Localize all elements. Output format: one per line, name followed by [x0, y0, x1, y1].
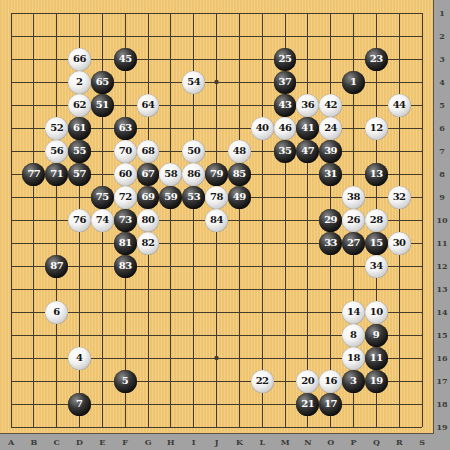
stone-black-87[interactable]: 87 [45, 255, 68, 278]
stone-white-56[interactable]: 56 [45, 140, 68, 163]
intersection-K7[interactable]: 48 [228, 140, 251, 163]
intersection-I12[interactable] [182, 255, 205, 278]
intersection-P4[interactable]: 1 [342, 71, 365, 94]
intersection-P3[interactable] [342, 48, 365, 71]
intersection-R9[interactable]: 32 [388, 186, 411, 209]
stone-black-41[interactable]: 41 [296, 117, 319, 140]
intersection-J6[interactable] [205, 117, 228, 140]
intersection-E18[interactable] [91, 393, 114, 416]
intersection-C18[interactable] [45, 393, 68, 416]
intersection-C9[interactable] [45, 186, 68, 209]
intersection-L2[interactable] [251, 25, 274, 48]
intersection-R11[interactable]: 30 [388, 232, 411, 255]
intersection-F18[interactable] [114, 393, 137, 416]
intersection-M3[interactable]: 25 [274, 48, 297, 71]
intersection-G6[interactable] [137, 117, 160, 140]
intersection-N2[interactable] [296, 25, 319, 48]
intersection-N9[interactable] [296, 186, 319, 209]
stone-black-27[interactable]: 27 [342, 232, 365, 255]
intersection-H4[interactable] [159, 71, 182, 94]
intersection-I7[interactable]: 50 [182, 140, 205, 163]
stone-white-14[interactable]: 14 [342, 301, 365, 324]
intersection-R12[interactable] [388, 255, 411, 278]
intersection-E11[interactable] [91, 232, 114, 255]
intersection-L18[interactable] [251, 393, 274, 416]
intersection-J15[interactable] [205, 324, 228, 347]
intersection-Q10[interactable]: 28 [365, 209, 388, 232]
stone-white-6[interactable]: 6 [45, 301, 68, 324]
intersection-O18[interactable]: 17 [319, 393, 342, 416]
intersection-C14[interactable]: 6 [45, 301, 68, 324]
intersection-H11[interactable] [159, 232, 182, 255]
intersection-A11[interactable] [0, 232, 22, 255]
intersection-R7[interactable] [388, 140, 411, 163]
intersection-L11[interactable] [251, 232, 274, 255]
intersection-D18[interactable]: 7 [68, 393, 91, 416]
intersection-H9[interactable]: 59 [159, 186, 182, 209]
intersection-J1[interactable] [205, 2, 228, 25]
stone-white-26[interactable]: 26 [342, 209, 365, 232]
intersection-A5[interactable] [0, 94, 22, 117]
intersection-P16[interactable]: 18 [342, 347, 365, 370]
stone-black-55[interactable]: 55 [68, 140, 91, 163]
intersection-P12[interactable] [342, 255, 365, 278]
intersection-J18[interactable] [205, 393, 228, 416]
stone-black-69[interactable]: 69 [137, 186, 160, 209]
intersection-I3[interactable] [182, 48, 205, 71]
stone-white-70[interactable]: 70 [114, 140, 137, 163]
stone-black-1[interactable]: 1 [342, 71, 365, 94]
stone-white-68[interactable]: 68 [137, 140, 160, 163]
intersection-I9[interactable]: 53 [182, 186, 205, 209]
intersection-S16[interactable] [411, 347, 434, 370]
intersection-O15[interactable] [319, 324, 342, 347]
intersection-I17[interactable] [182, 370, 205, 393]
intersection-A12[interactable] [0, 255, 22, 278]
intersection-K5[interactable] [228, 94, 251, 117]
intersection-N7[interactable]: 47 [296, 140, 319, 163]
stone-white-52[interactable]: 52 [45, 117, 68, 140]
intersection-I8[interactable]: 86 [182, 163, 205, 186]
intersection-K1[interactable] [228, 2, 251, 25]
intersection-M2[interactable] [274, 25, 297, 48]
intersection-F5[interactable] [114, 94, 137, 117]
intersection-S14[interactable] [411, 301, 434, 324]
intersection-F15[interactable] [114, 324, 137, 347]
intersection-S4[interactable] [411, 71, 434, 94]
intersection-R8[interactable] [388, 163, 411, 186]
intersection-P14[interactable]: 14 [342, 301, 365, 324]
stone-white-48[interactable]: 48 [228, 140, 251, 163]
stone-black-79[interactable]: 79 [205, 163, 228, 186]
intersection-D16[interactable]: 4 [68, 347, 91, 370]
intersection-O2[interactable] [319, 25, 342, 48]
intersection-L16[interactable] [251, 347, 274, 370]
intersection-G15[interactable] [137, 324, 160, 347]
intersection-F13[interactable] [114, 278, 137, 301]
intersection-L8[interactable] [251, 163, 274, 186]
intersection-J16[interactable] [205, 347, 228, 370]
stone-black-15[interactable]: 15 [365, 232, 388, 255]
stone-black-11[interactable]: 11 [365, 347, 388, 370]
intersection-O12[interactable] [319, 255, 342, 278]
intersection-H18[interactable] [159, 393, 182, 416]
intersection-F6[interactable]: 63 [114, 117, 137, 140]
stone-white-58[interactable]: 58 [159, 163, 182, 186]
intersection-O14[interactable] [319, 301, 342, 324]
intersection-A6[interactable] [0, 117, 22, 140]
intersection-L12[interactable] [251, 255, 274, 278]
intersection-L5[interactable] [251, 94, 274, 117]
intersection-P1[interactable] [342, 2, 365, 25]
intersection-C4[interactable] [45, 71, 68, 94]
intersection-Q17[interactable]: 19 [365, 370, 388, 393]
intersection-S10[interactable] [411, 209, 434, 232]
intersection-N3[interactable] [296, 48, 319, 71]
intersection-B10[interactable] [22, 209, 45, 232]
intersection-C15[interactable] [45, 324, 68, 347]
intersection-K11[interactable] [228, 232, 251, 255]
intersection-S2[interactable] [411, 25, 434, 48]
intersection-Q6[interactable]: 12 [365, 117, 388, 140]
stone-white-24[interactable]: 24 [319, 117, 342, 140]
stone-black-77[interactable]: 77 [22, 163, 45, 186]
intersection-D11[interactable] [68, 232, 91, 255]
intersection-Q18[interactable] [365, 393, 388, 416]
intersection-A8[interactable] [0, 163, 22, 186]
intersection-C5[interactable] [45, 94, 68, 117]
intersection-A13[interactable] [0, 278, 22, 301]
intersection-F7[interactable]: 70 [114, 140, 137, 163]
intersection-K9[interactable]: 49 [228, 186, 251, 209]
intersection-E9[interactable]: 75 [91, 186, 114, 209]
stone-black-57[interactable]: 57 [68, 163, 91, 186]
stone-black-85[interactable]: 85 [228, 163, 251, 186]
intersection-C10[interactable] [45, 209, 68, 232]
intersection-M7[interactable]: 35 [274, 140, 297, 163]
intersection-F2[interactable] [114, 25, 137, 48]
intersection-J2[interactable] [205, 25, 228, 48]
intersection-H10[interactable] [159, 209, 182, 232]
intersection-C16[interactable] [45, 347, 68, 370]
intersection-D12[interactable] [68, 255, 91, 278]
intersection-I5[interactable] [182, 94, 205, 117]
intersection-K2[interactable] [228, 25, 251, 48]
stone-white-36[interactable]: 36 [296, 94, 319, 117]
stone-black-39[interactable]: 39 [319, 140, 342, 163]
stone-black-45[interactable]: 45 [114, 48, 137, 71]
intersection-E16[interactable] [91, 347, 114, 370]
intersection-F11[interactable]: 81 [114, 232, 137, 255]
intersection-D15[interactable] [68, 324, 91, 347]
intersection-I6[interactable] [182, 117, 205, 140]
intersection-B11[interactable] [22, 232, 45, 255]
stone-black-51[interactable]: 51 [91, 94, 114, 117]
intersection-G7[interactable]: 68 [137, 140, 160, 163]
intersection-C1[interactable] [45, 2, 68, 25]
intersection-O13[interactable] [319, 278, 342, 301]
intersection-B4[interactable] [22, 71, 45, 94]
intersection-K15[interactable] [228, 324, 251, 347]
stone-white-12[interactable]: 12 [365, 117, 388, 140]
intersection-S5[interactable] [411, 94, 434, 117]
intersection-Q2[interactable] [365, 25, 388, 48]
intersection-Q1[interactable] [365, 2, 388, 25]
intersection-N12[interactable] [296, 255, 319, 278]
intersection-G13[interactable] [137, 278, 160, 301]
stone-white-66[interactable]: 66 [68, 48, 91, 71]
intersection-D8[interactable]: 57 [68, 163, 91, 186]
intersection-M16[interactable] [274, 347, 297, 370]
intersection-C13[interactable] [45, 278, 68, 301]
stone-black-49[interactable]: 49 [228, 186, 251, 209]
intersection-S3[interactable] [411, 48, 434, 71]
intersection-S15[interactable] [411, 324, 434, 347]
stone-white-44[interactable]: 44 [388, 94, 411, 117]
stone-white-42[interactable]: 42 [319, 94, 342, 117]
intersection-B3[interactable] [22, 48, 45, 71]
intersection-J17[interactable] [205, 370, 228, 393]
intersection-O4[interactable] [319, 71, 342, 94]
intersection-S7[interactable] [411, 140, 434, 163]
intersection-D13[interactable] [68, 278, 91, 301]
intersection-R18[interactable] [388, 393, 411, 416]
intersection-N16[interactable] [296, 347, 319, 370]
stone-white-2[interactable]: 2 [68, 71, 91, 94]
intersection-A2[interactable] [0, 25, 22, 48]
intersection-O9[interactable] [319, 186, 342, 209]
intersection-I10[interactable] [182, 209, 205, 232]
intersection-O3[interactable] [319, 48, 342, 71]
intersection-E3[interactable] [91, 48, 114, 71]
intersection-D6[interactable]: 61 [68, 117, 91, 140]
intersection-F9[interactable]: 72 [114, 186, 137, 209]
intersection-I13[interactable] [182, 278, 205, 301]
stone-black-47[interactable]: 47 [296, 140, 319, 163]
stone-white-4[interactable]: 4 [68, 347, 91, 370]
intersection-F12[interactable]: 83 [114, 255, 137, 278]
intersection-P17[interactable]: 3 [342, 370, 365, 393]
stone-black-61[interactable]: 61 [68, 117, 91, 140]
intersection-Q13[interactable] [365, 278, 388, 301]
intersection-L14[interactable] [251, 301, 274, 324]
intersection-K16[interactable] [228, 347, 251, 370]
intersection-N1[interactable] [296, 2, 319, 25]
intersection-J13[interactable] [205, 278, 228, 301]
stone-black-53[interactable]: 53 [182, 186, 205, 209]
intersection-Q14[interactable]: 10 [365, 301, 388, 324]
intersection-J14[interactable] [205, 301, 228, 324]
intersection-J9[interactable]: 78 [205, 186, 228, 209]
intersection-B17[interactable] [22, 370, 45, 393]
intersection-M12[interactable] [274, 255, 297, 278]
intersection-E17[interactable] [91, 370, 114, 393]
intersection-B14[interactable] [22, 301, 45, 324]
intersection-F8[interactable]: 60 [114, 163, 137, 186]
stone-black-33[interactable]: 33 [319, 232, 342, 255]
intersection-B18[interactable] [22, 393, 45, 416]
intersection-G10[interactable]: 80 [137, 209, 160, 232]
intersection-D9[interactable] [68, 186, 91, 209]
intersection-J3[interactable] [205, 48, 228, 71]
intersection-E12[interactable] [91, 255, 114, 278]
intersection-P2[interactable] [342, 25, 365, 48]
intersection-A3[interactable] [0, 48, 22, 71]
stone-black-19[interactable]: 19 [365, 370, 388, 393]
intersection-P7[interactable] [342, 140, 365, 163]
intersection-A10[interactable] [0, 209, 22, 232]
intersection-H2[interactable] [159, 25, 182, 48]
intersection-D2[interactable] [68, 25, 91, 48]
stone-white-46[interactable]: 46 [274, 117, 297, 140]
intersection-N13[interactable] [296, 278, 319, 301]
intersection-M5[interactable]: 43 [274, 94, 297, 117]
intersection-E10[interactable]: 74 [91, 209, 114, 232]
intersection-I2[interactable] [182, 25, 205, 48]
intersection-S11[interactable] [411, 232, 434, 255]
intersection-P8[interactable] [342, 163, 365, 186]
intersection-J10[interactable]: 84 [205, 209, 228, 232]
intersection-L15[interactable] [251, 324, 274, 347]
intersection-N5[interactable]: 36 [296, 94, 319, 117]
intersection-O10[interactable]: 29 [319, 209, 342, 232]
stone-white-82[interactable]: 82 [137, 232, 160, 255]
intersection-L4[interactable] [251, 71, 274, 94]
intersection-H1[interactable] [159, 2, 182, 25]
intersection-Q11[interactable]: 15 [365, 232, 388, 255]
intersection-D10[interactable]: 76 [68, 209, 91, 232]
intersection-B13[interactable] [22, 278, 45, 301]
stone-black-17[interactable]: 17 [319, 393, 342, 416]
stone-white-64[interactable]: 64 [137, 94, 160, 117]
intersection-K3[interactable] [228, 48, 251, 71]
intersection-F10[interactable]: 73 [114, 209, 137, 232]
intersection-M1[interactable] [274, 2, 297, 25]
stone-black-7[interactable]: 7 [68, 393, 91, 416]
stone-black-23[interactable]: 23 [365, 48, 388, 71]
intersection-K18[interactable] [228, 393, 251, 416]
intersection-M11[interactable] [274, 232, 297, 255]
stone-white-32[interactable]: 32 [388, 186, 411, 209]
intersection-E2[interactable] [91, 25, 114, 48]
intersection-F14[interactable] [114, 301, 137, 324]
intersection-P15[interactable]: 8 [342, 324, 365, 347]
intersection-Q8[interactable]: 13 [365, 163, 388, 186]
intersection-M6[interactable]: 46 [274, 117, 297, 140]
intersection-R3[interactable] [388, 48, 411, 71]
intersection-O5[interactable]: 42 [319, 94, 342, 117]
intersection-N14[interactable] [296, 301, 319, 324]
intersection-H3[interactable] [159, 48, 182, 71]
intersection-L10[interactable] [251, 209, 274, 232]
intersection-G12[interactable] [137, 255, 160, 278]
intersection-E13[interactable] [91, 278, 114, 301]
intersection-L1[interactable] [251, 2, 274, 25]
intersection-L3[interactable] [251, 48, 274, 71]
intersection-B5[interactable] [22, 94, 45, 117]
intersection-I14[interactable] [182, 301, 205, 324]
intersection-A9[interactable] [0, 186, 22, 209]
intersection-M4[interactable]: 37 [274, 71, 297, 94]
intersection-E7[interactable] [91, 140, 114, 163]
intersection-R15[interactable] [388, 324, 411, 347]
intersection-R16[interactable] [388, 347, 411, 370]
intersection-P5[interactable] [342, 94, 365, 117]
intersection-N17[interactable]: 20 [296, 370, 319, 393]
intersection-E1[interactable] [91, 2, 114, 25]
intersection-M13[interactable] [274, 278, 297, 301]
intersection-P9[interactable]: 38 [342, 186, 365, 209]
intersection-Q12[interactable]: 34 [365, 255, 388, 278]
intersection-A18[interactable] [0, 393, 22, 416]
intersection-J12[interactable] [205, 255, 228, 278]
intersection-C11[interactable] [45, 232, 68, 255]
stone-white-10[interactable]: 10 [365, 301, 388, 324]
intersection-K10[interactable] [228, 209, 251, 232]
stone-white-28[interactable]: 28 [365, 209, 388, 232]
intersection-F3[interactable]: 45 [114, 48, 137, 71]
intersection-R6[interactable] [388, 117, 411, 140]
intersection-R10[interactable] [388, 209, 411, 232]
intersection-L13[interactable] [251, 278, 274, 301]
intersection-B12[interactable] [22, 255, 45, 278]
intersection-R5[interactable]: 44 [388, 94, 411, 117]
intersection-Q15[interactable]: 9 [365, 324, 388, 347]
intersection-A7[interactable] [0, 140, 22, 163]
intersection-C2[interactable] [45, 25, 68, 48]
intersection-H12[interactable] [159, 255, 182, 278]
intersection-M9[interactable] [274, 186, 297, 209]
stone-white-50[interactable]: 50 [182, 140, 205, 163]
intersection-G3[interactable] [137, 48, 160, 71]
intersection-D1[interactable] [68, 2, 91, 25]
intersection-H8[interactable]: 58 [159, 163, 182, 186]
stone-white-34[interactable]: 34 [365, 255, 388, 278]
intersection-O17[interactable]: 16 [319, 370, 342, 393]
intersection-B2[interactable] [22, 25, 45, 48]
intersection-M17[interactable] [274, 370, 297, 393]
intersection-I4[interactable]: 54 [182, 71, 205, 94]
intersection-F16[interactable] [114, 347, 137, 370]
intersection-J5[interactable] [205, 94, 228, 117]
stone-white-62[interactable]: 62 [68, 94, 91, 117]
intersection-B1[interactable] [22, 2, 45, 25]
stone-black-83[interactable]: 83 [114, 255, 137, 278]
intersection-N6[interactable]: 41 [296, 117, 319, 140]
intersection-F4[interactable] [114, 71, 137, 94]
stone-white-38[interactable]: 38 [342, 186, 365, 209]
stone-black-29[interactable]: 29 [319, 209, 342, 232]
intersection-J7[interactable] [205, 140, 228, 163]
intersection-Q4[interactable] [365, 71, 388, 94]
stone-white-60[interactable]: 60 [114, 163, 137, 186]
intersection-F1[interactable] [114, 2, 137, 25]
intersection-S12[interactable] [411, 255, 434, 278]
intersection-G8[interactable]: 67 [137, 163, 160, 186]
intersection-R1[interactable] [388, 2, 411, 25]
intersection-O8[interactable]: 31 [319, 163, 342, 186]
intersection-P6[interactable] [342, 117, 365, 140]
intersection-J11[interactable] [205, 232, 228, 255]
intersection-R4[interactable] [388, 71, 411, 94]
intersection-G11[interactable]: 82 [137, 232, 160, 255]
stone-white-22[interactable]: 22 [251, 370, 274, 393]
intersection-N8[interactable] [296, 163, 319, 186]
intersection-D7[interactable]: 55 [68, 140, 91, 163]
stone-black-5[interactable]: 5 [114, 370, 137, 393]
stone-white-84[interactable]: 84 [205, 209, 228, 232]
intersection-M8[interactable] [274, 163, 297, 186]
